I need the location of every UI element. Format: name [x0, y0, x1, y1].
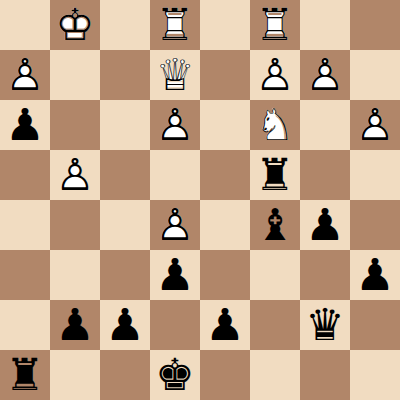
square-a1[interactable]: ♜ — [0, 350, 50, 400]
square-e6[interactable] — [200, 100, 250, 150]
square-g2[interactable]: ♛ — [300, 300, 350, 350]
square-e4[interactable] — [200, 200, 250, 250]
square-e7[interactable] — [200, 50, 250, 100]
square-g6[interactable] — [300, 100, 350, 150]
square-e8[interactable] — [200, 0, 250, 50]
square-f1[interactable] — [250, 350, 300, 400]
square-g7[interactable]: ♟♙ — [300, 50, 350, 100]
square-g1[interactable] — [300, 350, 350, 400]
square-c4[interactable] — [100, 200, 150, 250]
white-king: ♚♔ — [55, 3, 94, 47]
square-c7[interactable] — [100, 50, 150, 100]
square-b1[interactable] — [50, 350, 100, 400]
square-c1[interactable] — [100, 350, 150, 400]
square-d3[interactable]: ♟ — [150, 250, 200, 300]
square-d8[interactable]: ♜♖ — [150, 0, 200, 50]
white-rook: ♜♖ — [255, 3, 294, 47]
white-knight: ♞♘ — [255, 103, 294, 147]
square-d7[interactable]: ♛♕ — [150, 50, 200, 100]
board-container: ♚♔♜♖♜♖♟♙♛♕♟♙♟♙♟♟♙♞♘♟♙♟♙♜♟♙♝♟♟♟♟♟♟♛♜♚ — [0, 0, 400, 400]
black-bishop: ♝ — [255, 203, 294, 247]
square-d4[interactable]: ♟♙ — [150, 200, 200, 250]
square-f8[interactable]: ♜♖ — [250, 0, 300, 50]
square-c2[interactable]: ♟ — [100, 300, 150, 350]
square-a3[interactable] — [0, 250, 50, 300]
square-a2[interactable] — [0, 300, 50, 350]
square-b5[interactable]: ♟♙ — [50, 150, 100, 200]
square-f6[interactable]: ♞♘ — [250, 100, 300, 150]
square-e2[interactable]: ♟ — [200, 300, 250, 350]
square-a8[interactable] — [0, 0, 50, 50]
black-rook: ♜ — [5, 353, 44, 397]
black-pawn: ♟ — [55, 303, 94, 347]
square-f5[interactable]: ♜ — [250, 150, 300, 200]
square-h8[interactable] — [350, 0, 400, 50]
black-pawn: ♟ — [5, 103, 44, 147]
square-h2[interactable] — [350, 300, 400, 350]
square-a4[interactable] — [0, 200, 50, 250]
black-pawn: ♟ — [205, 303, 244, 347]
black-pawn: ♟ — [355, 253, 394, 297]
square-h6[interactable]: ♟♙ — [350, 100, 400, 150]
square-g3[interactable] — [300, 250, 350, 300]
white-queen: ♛♕ — [155, 53, 194, 97]
square-c3[interactable] — [100, 250, 150, 300]
white-pawn: ♟♙ — [5, 53, 44, 97]
square-h4[interactable] — [350, 200, 400, 250]
square-g5[interactable] — [300, 150, 350, 200]
square-c6[interactable] — [100, 100, 150, 150]
square-b8[interactable]: ♚♔ — [50, 0, 100, 50]
square-h1[interactable] — [350, 350, 400, 400]
square-c5[interactable] — [100, 150, 150, 200]
square-h7[interactable] — [350, 50, 400, 100]
white-pawn: ♟♙ — [305, 53, 344, 97]
chess-board: ♚♔♜♖♜♖♟♙♛♕♟♙♟♙♟♟♙♞♘♟♙♟♙♜♟♙♝♟♟♟♟♟♟♛♜♚ — [0, 0, 400, 400]
square-a6[interactable]: ♟ — [0, 100, 50, 150]
square-d6[interactable]: ♟♙ — [150, 100, 200, 150]
square-f3[interactable] — [250, 250, 300, 300]
white-rook: ♜♖ — [155, 3, 194, 47]
black-pawn: ♟ — [305, 203, 344, 247]
white-pawn: ♟♙ — [255, 53, 294, 97]
white-pawn: ♟♙ — [155, 203, 194, 247]
square-a7[interactable]: ♟♙ — [0, 50, 50, 100]
square-f2[interactable] — [250, 300, 300, 350]
black-pawn: ♟ — [105, 303, 144, 347]
square-d2[interactable] — [150, 300, 200, 350]
square-e3[interactable] — [200, 250, 250, 300]
square-b2[interactable]: ♟ — [50, 300, 100, 350]
white-pawn: ♟♙ — [155, 103, 194, 147]
black-rook: ♜ — [255, 153, 294, 197]
square-e1[interactable] — [200, 350, 250, 400]
square-f4[interactable]: ♝ — [250, 200, 300, 250]
square-b6[interactable] — [50, 100, 100, 150]
square-d5[interactable] — [150, 150, 200, 200]
square-g8[interactable] — [300, 0, 350, 50]
white-pawn: ♟♙ — [355, 103, 394, 147]
square-a5[interactable] — [0, 150, 50, 200]
white-pawn: ♟♙ — [55, 153, 94, 197]
square-h5[interactable] — [350, 150, 400, 200]
square-b4[interactable] — [50, 200, 100, 250]
square-g4[interactable]: ♟ — [300, 200, 350, 250]
square-e5[interactable] — [200, 150, 250, 200]
black-king: ♚ — [155, 353, 194, 397]
square-h3[interactable]: ♟ — [350, 250, 400, 300]
square-c8[interactable] — [100, 0, 150, 50]
square-d1[interactable]: ♚ — [150, 350, 200, 400]
square-f7[interactable]: ♟♙ — [250, 50, 300, 100]
square-b7[interactable] — [50, 50, 100, 100]
black-pawn: ♟ — [155, 253, 194, 297]
black-queen: ♛ — [305, 303, 344, 347]
square-b3[interactable] — [50, 250, 100, 300]
